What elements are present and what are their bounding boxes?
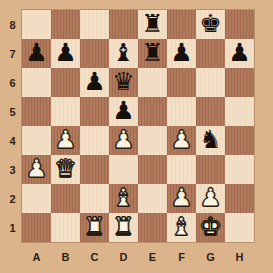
chess-board: ♜♚♟♟♝♜♟♟♟♛♟♟♟♟♞♟♛♝♟♟♜♜♝♚ xyxy=(22,10,254,242)
piece-white-pawn[interactable]: ♟ xyxy=(170,125,192,154)
square-e5[interactable] xyxy=(138,97,167,126)
square-d7[interactable]: ♝ xyxy=(109,39,138,68)
piece-white-queen[interactable]: ♛ xyxy=(54,154,76,183)
square-c8[interactable] xyxy=(80,10,109,39)
rank-label-5: 5 xyxy=(0,97,22,126)
square-a4[interactable] xyxy=(22,126,51,155)
square-f5[interactable] xyxy=(167,97,196,126)
square-a8[interactable] xyxy=(22,10,51,39)
square-f4[interactable]: ♟ xyxy=(167,126,196,155)
square-f2[interactable]: ♟ xyxy=(167,184,196,213)
square-g7[interactable] xyxy=(196,39,225,68)
square-d3[interactable] xyxy=(109,155,138,184)
square-f8[interactable] xyxy=(167,10,196,39)
square-e7[interactable]: ♜ xyxy=(138,39,167,68)
square-h1[interactable] xyxy=(225,213,254,242)
file-label-d: D xyxy=(109,245,138,269)
piece-white-pawn[interactable]: ♟ xyxy=(25,154,47,183)
square-f7[interactable]: ♟ xyxy=(167,39,196,68)
piece-white-king[interactable]: ♚ xyxy=(199,212,221,241)
file-label-b: B xyxy=(51,245,80,269)
square-d8[interactable] xyxy=(109,10,138,39)
square-a2[interactable] xyxy=(22,184,51,213)
piece-black-queen[interactable]: ♛ xyxy=(112,67,134,96)
square-d6[interactable]: ♛ xyxy=(109,68,138,97)
square-c2[interactable] xyxy=(80,184,109,213)
square-b2[interactable] xyxy=(51,184,80,213)
piece-white-bishop[interactable]: ♝ xyxy=(112,183,134,212)
square-h5[interactable] xyxy=(225,97,254,126)
piece-white-pawn[interactable]: ♟ xyxy=(199,183,221,212)
rank-label-3: 3 xyxy=(0,155,22,184)
square-c6[interactable]: ♟ xyxy=(80,68,109,97)
square-c3[interactable] xyxy=(80,155,109,184)
square-e6[interactable] xyxy=(138,68,167,97)
piece-black-pawn[interactable]: ♟ xyxy=(25,38,47,67)
file-label-a: A xyxy=(22,245,51,269)
piece-black-rook[interactable]: ♜ xyxy=(141,9,163,38)
piece-black-pawn[interactable]: ♟ xyxy=(228,38,250,67)
square-f3[interactable] xyxy=(167,155,196,184)
piece-black-bishop[interactable]: ♝ xyxy=(112,38,134,67)
square-h3[interactable] xyxy=(225,155,254,184)
square-g6[interactable] xyxy=(196,68,225,97)
square-h4[interactable] xyxy=(225,126,254,155)
piece-black-pawn[interactable]: ♟ xyxy=(170,38,192,67)
square-g3[interactable] xyxy=(196,155,225,184)
rank-label-2: 2 xyxy=(0,184,22,213)
square-b8[interactable] xyxy=(51,10,80,39)
square-e4[interactable] xyxy=(138,126,167,155)
rank-label-1: 1 xyxy=(0,213,22,242)
piece-white-pawn[interactable]: ♟ xyxy=(112,125,134,154)
square-c1[interactable]: ♜ xyxy=(80,213,109,242)
square-b3[interactable]: ♛ xyxy=(51,155,80,184)
square-b1[interactable] xyxy=(51,213,80,242)
square-g4[interactable]: ♞ xyxy=(196,126,225,155)
file-label-e: E xyxy=(138,245,167,269)
square-e1[interactable] xyxy=(138,213,167,242)
piece-black-pawn[interactable]: ♟ xyxy=(112,96,134,125)
square-b4[interactable]: ♟ xyxy=(51,126,80,155)
square-e3[interactable] xyxy=(138,155,167,184)
file-label-g: G xyxy=(196,245,225,269)
square-a6[interactable] xyxy=(22,68,51,97)
square-h2[interactable] xyxy=(225,184,254,213)
square-c7[interactable] xyxy=(80,39,109,68)
square-g8[interactable]: ♚ xyxy=(196,10,225,39)
piece-white-pawn[interactable]: ♟ xyxy=(170,183,192,212)
file-labels: ABCDEFGH xyxy=(22,245,254,269)
square-d2[interactable]: ♝ xyxy=(109,184,138,213)
rank-label-7: 7 xyxy=(0,39,22,68)
square-d5[interactable]: ♟ xyxy=(109,97,138,126)
square-b7[interactable]: ♟ xyxy=(51,39,80,68)
square-d1[interactable]: ♜ xyxy=(109,213,138,242)
square-f1[interactable]: ♝ xyxy=(167,213,196,242)
rank-label-6: 6 xyxy=(0,68,22,97)
square-b6[interactable] xyxy=(51,68,80,97)
piece-black-pawn[interactable]: ♟ xyxy=(83,67,105,96)
square-c4[interactable] xyxy=(80,126,109,155)
square-c5[interactable] xyxy=(80,97,109,126)
piece-black-pawn[interactable]: ♟ xyxy=(54,38,76,67)
piece-white-rook[interactable]: ♜ xyxy=(83,212,105,241)
rank-label-4: 4 xyxy=(0,126,22,155)
square-a7[interactable]: ♟ xyxy=(22,39,51,68)
piece-white-bishop[interactable]: ♝ xyxy=(170,212,192,241)
file-label-c: C xyxy=(80,245,109,269)
square-e8[interactable]: ♜ xyxy=(138,10,167,39)
square-a5[interactable] xyxy=(22,97,51,126)
square-d4[interactable]: ♟ xyxy=(109,126,138,155)
square-f6[interactable] xyxy=(167,68,196,97)
file-label-h: H xyxy=(225,245,254,269)
square-g5[interactable] xyxy=(196,97,225,126)
piece-black-knight[interactable]: ♞ xyxy=(199,125,221,154)
square-g1[interactable]: ♚ xyxy=(196,213,225,242)
piece-white-rook[interactable]: ♜ xyxy=(112,212,134,241)
square-g2[interactable]: ♟ xyxy=(196,184,225,213)
chess-board-frame: 87654321 ♜♚♟♟♝♜♟♟♟♛♟♟♟♟♞♟♛♝♟♟♜♜♝♚ ABCDEF… xyxy=(0,0,273,273)
square-h8[interactable] xyxy=(225,10,254,39)
square-e2[interactable] xyxy=(138,184,167,213)
square-b5[interactable] xyxy=(51,97,80,126)
file-label-f: F xyxy=(167,245,196,269)
rank-label-8: 8 xyxy=(0,10,22,39)
square-a1[interactable] xyxy=(22,213,51,242)
square-h7[interactable]: ♟ xyxy=(225,39,254,68)
square-a3[interactable]: ♟ xyxy=(22,155,51,184)
piece-black-rook[interactable]: ♜ xyxy=(141,38,163,67)
square-h6[interactable] xyxy=(225,68,254,97)
piece-white-pawn[interactable]: ♟ xyxy=(54,125,76,154)
piece-black-king[interactable]: ♚ xyxy=(199,9,221,38)
rank-labels: 87654321 xyxy=(0,10,22,242)
